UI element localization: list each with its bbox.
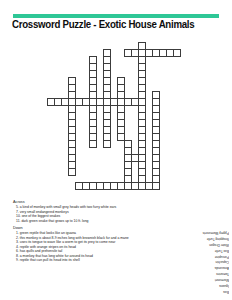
across-clue-list: 5. a kind of monkey with small grey head…: [13, 205, 116, 223]
answer-word: Anaconda: [199, 264, 229, 270]
answer-word: Pygmy Marmosets: [199, 229, 229, 235]
clue-item: 9. reptile that can pull its head into i…: [13, 258, 129, 263]
answer-word: Iguana: [199, 282, 229, 288]
answer-key-list: BoaIguanaMarmosetTamarinsAnacondaCapuchi…: [199, 228, 229, 294]
clues-across-section: Across 5. a kind of monkey with small gr…: [13, 200, 116, 223]
down-clue-list: 1. green reptile that looks like an igua…: [13, 231, 129, 263]
page-title: Crossword Puzzle - Exotic House Animals: [12, 19, 216, 30]
grid-cell: [103, 140, 111, 148]
accent-bar: [13, 14, 219, 18]
answer-word: Box Turtle: [199, 247, 229, 253]
grid-cell: [89, 140, 97, 148]
answer-word: Water Dragon: [199, 241, 229, 247]
answer-word: Boa: [199, 288, 229, 294]
clue-item: 3. uses its tongue to wave like a worm t…: [13, 240, 129, 245]
clue-item: 11. dark green snake that grows up to 10…: [13, 219, 116, 224]
answer-word: Marmoset: [199, 276, 229, 282]
grid-cell: [152, 182, 160, 190]
grid-cell: [68, 168, 76, 176]
answer-word: Snapping Turtle: [199, 235, 229, 241]
worksheet-page: Crossword Puzzle - Exotic House Animals …: [0, 0, 232, 300]
answer-word: Porcupine: [199, 253, 229, 259]
grid-cell: [173, 49, 181, 57]
clues-down-section: Down 1. green reptile that looks like an…: [13, 226, 129, 263]
crossword-grid: [47, 42, 181, 190]
clue-item: 5. a kind of monkey with small grey head…: [13, 205, 116, 210]
